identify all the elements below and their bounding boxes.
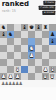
square-f6[interactable] [35,38,42,45]
square-e5[interactable]: ♞ [28,45,35,52]
square-b2[interactable] [7,66,14,73]
square-b3[interactable] [7,59,14,66]
square-g6[interactable] [42,38,49,45]
square-d2[interactable] [21,66,28,73]
square-f4[interactable] [35,52,42,59]
square-c3[interactable] [14,59,21,66]
square-h1[interactable]: ♛ [49,73,56,80]
top-bar: ranked rank: 15 ≡ menu ↶ undo (25) ★ sco… [0,0,56,23]
square-g2[interactable]: ♟ [42,66,49,73]
square-h5[interactable] [49,45,56,52]
square-b1[interactable]: ♟ [7,73,14,80]
captured-pieces-tray: ♟♟♟♟♟♟ [1,81,22,87]
black-knight: ♞ [8,31,13,38]
app-window: ranked rank: 15 ≡ menu ↶ undo (25) ★ sco… [0,0,56,100]
square-b8[interactable] [7,24,14,31]
white-knight: ♞ [29,45,34,52]
square-g8[interactable]: ♜ [42,24,49,31]
rank-label: rank: 15 [2,9,16,13]
square-b4[interactable] [7,52,14,59]
undo-button[interactable]: ↶ undo (25) [39,6,56,10]
scores-button[interactable]: ★ scores [42,11,55,15]
menu-button-label: menu [47,1,54,5]
square-c5[interactable] [14,45,21,52]
bottom-background [0,87,56,100]
black-bishop: ♝ [50,38,55,45]
square-a5[interactable] [0,45,7,52]
square-d4[interactable] [21,52,28,59]
square-a2[interactable] [0,66,7,73]
square-a4[interactable] [0,52,7,59]
square-f1[interactable] [35,73,42,80]
black-bishop: ♝ [1,31,6,38]
square-g4[interactable] [42,52,49,59]
square-a8[interactable]: ♞ [0,24,7,31]
white-bishop: ♝ [50,66,55,73]
square-f8[interactable]: ♝ [35,24,42,31]
square-c4[interactable] [14,52,21,59]
square-a3[interactable] [0,59,7,66]
square-e2[interactable] [28,66,35,73]
square-h6[interactable]: ♝ [49,38,56,45]
white-queen: ♛ [50,73,55,80]
white-pawn: ♟ [1,73,6,80]
black-bishop: ♝ [22,24,27,31]
black-king: ♚ [29,24,34,31]
black-bishop: ♝ [36,24,41,31]
square-f7[interactable] [35,31,42,38]
white-bishop: ♝ [15,66,20,73]
square-d5[interactable] [21,45,28,52]
square-g5[interactable] [42,45,49,52]
square-e8[interactable]: ♚ [28,24,35,31]
square-d3[interactable] [21,59,28,66]
square-f5[interactable] [35,45,42,52]
square-d7[interactable] [21,31,28,38]
white-pawn: ♟ [15,73,20,80]
square-e7[interactable] [28,31,35,38]
white-queen: ♛ [43,73,48,80]
chess-board: ♞♝♚♝♜♝♞♟♝♞♟♝♟♝♟♟♟♛♛ [0,24,56,80]
black-pawn: ♟ [50,31,55,38]
square-h2[interactable]: ♝ [49,66,56,73]
square-c6[interactable] [14,38,21,45]
square-f2[interactable] [35,66,42,73]
square-c7[interactable] [14,31,21,38]
square-g7[interactable] [42,31,49,38]
square-h3[interactable] [49,59,56,66]
scores-button-label: scores [47,11,54,15]
square-e1[interactable] [28,73,35,80]
white-pawn: ♟ [29,52,34,59]
square-c1[interactable]: ♟ [14,73,21,80]
black-knight: ♞ [1,24,6,31]
square-b6[interactable] [7,38,14,45]
captured-black-pawn: ♟ [19,81,23,87]
square-e4[interactable]: ♟ [28,52,35,59]
square-f3[interactable] [35,59,42,66]
white-pawn: ♟ [43,66,48,73]
square-g3[interactable] [42,59,49,66]
square-e6[interactable] [28,38,35,45]
square-a6[interactable] [0,38,7,45]
square-d1[interactable] [21,73,28,80]
square-b7[interactable]: ♞ [7,31,14,38]
square-d6[interactable] [21,38,28,45]
square-c8[interactable] [14,24,21,31]
square-e3[interactable] [28,59,35,66]
square-b5[interactable] [7,45,14,52]
button-column: ≡ menu ↶ undo (25) ★ scores [39,1,56,15]
square-g1[interactable]: ♛ [42,73,49,80]
white-pawn: ♟ [8,73,13,80]
square-h4[interactable] [49,52,56,59]
square-h8[interactable] [49,24,56,31]
square-h7[interactable]: ♟ [49,31,56,38]
square-d8[interactable]: ♝ [21,24,28,31]
page-title: ranked [2,0,29,7]
menu-button[interactable]: ≡ menu [43,1,55,5]
square-a1[interactable]: ♟ [0,73,7,80]
square-a7[interactable]: ♝ [0,31,7,38]
black-rook: ♜ [43,24,48,31]
square-c2[interactable]: ♝ [14,66,21,73]
undo-button-label: undo (25) [43,6,54,10]
